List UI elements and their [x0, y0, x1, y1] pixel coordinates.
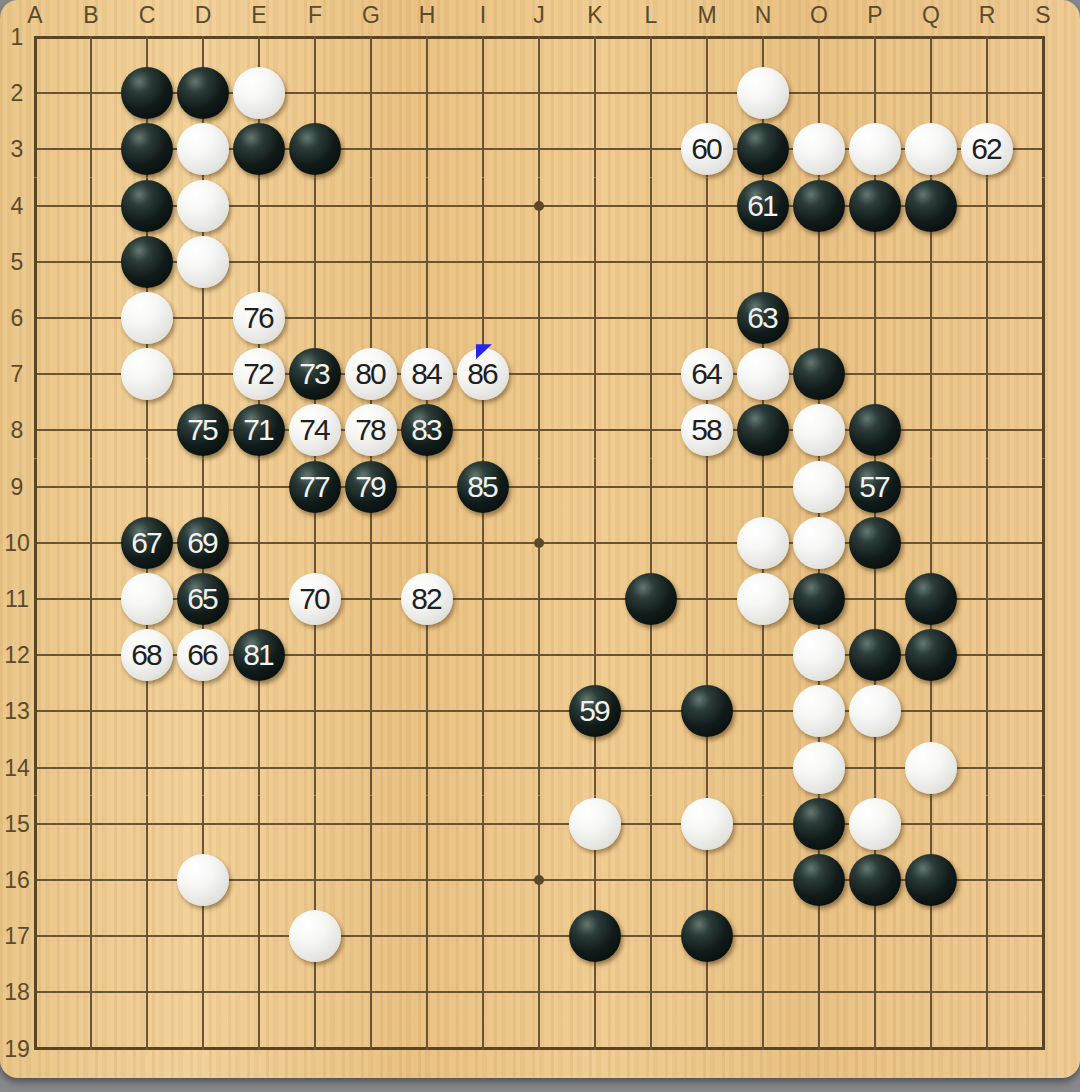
point-M16[interactable]: [679, 852, 735, 908]
point-P6[interactable]: [847, 290, 903, 346]
point-K3[interactable]: [567, 121, 623, 177]
point-Q15[interactable]: [903, 796, 959, 852]
point-N19[interactable]: [735, 1020, 791, 1076]
point-G10[interactable]: [343, 515, 399, 571]
point-M10[interactable]: [679, 515, 735, 571]
point-E19[interactable]: [231, 1020, 287, 1076]
point-M8[interactable]: 58: [679, 402, 735, 458]
point-M15[interactable]: [679, 796, 735, 852]
point-N4[interactable]: 61: [735, 178, 791, 234]
point-O10[interactable]: [791, 515, 847, 571]
point-R6[interactable]: [959, 290, 1015, 346]
point-I10[interactable]: [455, 515, 511, 571]
point-G7[interactable]: 80: [343, 346, 399, 402]
point-D3[interactable]: [175, 121, 231, 177]
point-D6[interactable]: [175, 290, 231, 346]
point-M6[interactable]: [679, 290, 735, 346]
point-C9[interactable]: [119, 459, 175, 515]
point-K10[interactable]: [567, 515, 623, 571]
point-N2[interactable]: [735, 65, 791, 121]
point-F13[interactable]: [287, 683, 343, 739]
point-K8[interactable]: [567, 402, 623, 458]
point-M3[interactable]: 60: [679, 121, 735, 177]
point-C2[interactable]: [119, 65, 175, 121]
point-M2[interactable]: [679, 65, 735, 121]
point-J14[interactable]: [511, 739, 567, 795]
point-I19[interactable]: [455, 1020, 511, 1076]
point-P13[interactable]: [847, 683, 903, 739]
point-S2[interactable]: [1015, 65, 1071, 121]
point-L9[interactable]: [623, 459, 679, 515]
point-K2[interactable]: [567, 65, 623, 121]
point-Q13[interactable]: [903, 683, 959, 739]
point-F4[interactable]: [287, 178, 343, 234]
point-G14[interactable]: [343, 739, 399, 795]
point-S8[interactable]: [1015, 402, 1071, 458]
point-I2[interactable]: [455, 65, 511, 121]
point-F11[interactable]: 70: [287, 571, 343, 627]
point-N6[interactable]: 63: [735, 290, 791, 346]
point-H15[interactable]: [399, 796, 455, 852]
point-N7[interactable]: [735, 346, 791, 402]
point-P3[interactable]: [847, 121, 903, 177]
point-C7[interactable]: [119, 346, 175, 402]
point-P16[interactable]: [847, 852, 903, 908]
point-N16[interactable]: [735, 852, 791, 908]
point-L16[interactable]: [623, 852, 679, 908]
point-Q4[interactable]: [903, 178, 959, 234]
point-F9[interactable]: 77: [287, 459, 343, 515]
point-D15[interactable]: [175, 796, 231, 852]
point-R15[interactable]: [959, 796, 1015, 852]
point-G3[interactable]: [343, 121, 399, 177]
point-P8[interactable]: [847, 402, 903, 458]
point-J6[interactable]: [511, 290, 567, 346]
point-E10[interactable]: [231, 515, 287, 571]
point-B16[interactable]: [63, 852, 119, 908]
point-F12[interactable]: [287, 627, 343, 683]
point-R10[interactable]: [959, 515, 1015, 571]
point-D17[interactable]: [175, 908, 231, 964]
point-S7[interactable]: [1015, 346, 1071, 402]
point-H13[interactable]: [399, 683, 455, 739]
point-E18[interactable]: [231, 964, 287, 1020]
point-C5[interactable]: [119, 234, 175, 290]
point-B18[interactable]: [63, 964, 119, 1020]
point-P12[interactable]: [847, 627, 903, 683]
point-F15[interactable]: [287, 796, 343, 852]
point-B5[interactable]: [63, 234, 119, 290]
point-J8[interactable]: [511, 402, 567, 458]
point-E17[interactable]: [231, 908, 287, 964]
point-N18[interactable]: [735, 964, 791, 1020]
point-B10[interactable]: [63, 515, 119, 571]
point-B12[interactable]: [63, 627, 119, 683]
point-H14[interactable]: [399, 739, 455, 795]
point-K16[interactable]: [567, 852, 623, 908]
point-J15[interactable]: [511, 796, 567, 852]
point-L7[interactable]: [623, 346, 679, 402]
point-E12[interactable]: 81: [231, 627, 287, 683]
point-D4[interactable]: [175, 178, 231, 234]
point-O4[interactable]: [791, 178, 847, 234]
point-Q12[interactable]: [903, 627, 959, 683]
point-O14[interactable]: [791, 739, 847, 795]
point-M11[interactable]: [679, 571, 735, 627]
point-N12[interactable]: [735, 627, 791, 683]
point-G9[interactable]: 79: [343, 459, 399, 515]
point-I3[interactable]: [455, 121, 511, 177]
point-E8[interactable]: 71: [231, 402, 287, 458]
point-P17[interactable]: [847, 908, 903, 964]
point-H6[interactable]: [399, 290, 455, 346]
point-J5[interactable]: [511, 234, 567, 290]
point-D5[interactable]: [175, 234, 231, 290]
point-S15[interactable]: [1015, 796, 1071, 852]
point-K17[interactable]: [567, 908, 623, 964]
point-H10[interactable]: [399, 515, 455, 571]
point-G13[interactable]: [343, 683, 399, 739]
point-K13[interactable]: 59: [567, 683, 623, 739]
point-R17[interactable]: [959, 908, 1015, 964]
point-D9[interactable]: [175, 459, 231, 515]
point-G18[interactable]: [343, 964, 399, 1020]
point-O19[interactable]: [791, 1020, 847, 1076]
point-C4[interactable]: [119, 178, 175, 234]
point-G5[interactable]: [343, 234, 399, 290]
point-C16[interactable]: [119, 852, 175, 908]
point-F8[interactable]: 74: [287, 402, 343, 458]
point-D18[interactable]: [175, 964, 231, 1020]
point-I16[interactable]: [455, 852, 511, 908]
point-O17[interactable]: [791, 908, 847, 964]
point-D8[interactable]: 75: [175, 402, 231, 458]
point-D2[interactable]: [175, 65, 231, 121]
point-C11[interactable]: [119, 571, 175, 627]
point-K15[interactable]: [567, 796, 623, 852]
point-B8[interactable]: [63, 402, 119, 458]
point-M18[interactable]: [679, 964, 735, 1020]
point-P11[interactable]: [847, 571, 903, 627]
point-I18[interactable]: [455, 964, 511, 1020]
point-C13[interactable]: [119, 683, 175, 739]
point-I5[interactable]: [455, 234, 511, 290]
point-E15[interactable]: [231, 796, 287, 852]
point-K6[interactable]: [567, 290, 623, 346]
point-F2[interactable]: [287, 65, 343, 121]
point-O12[interactable]: [791, 627, 847, 683]
point-K7[interactable]: [567, 346, 623, 402]
point-O18[interactable]: [791, 964, 847, 1020]
point-C15[interactable]: [119, 796, 175, 852]
point-K12[interactable]: [567, 627, 623, 683]
point-D12[interactable]: 66: [175, 627, 231, 683]
point-E2[interactable]: [231, 65, 287, 121]
point-N8[interactable]: [735, 402, 791, 458]
point-L10[interactable]: [623, 515, 679, 571]
point-O3[interactable]: [791, 121, 847, 177]
point-K19[interactable]: [567, 1020, 623, 1076]
point-C12[interactable]: 68: [119, 627, 175, 683]
point-B3[interactable]: [63, 121, 119, 177]
point-H3[interactable]: [399, 121, 455, 177]
point-B17[interactable]: [63, 908, 119, 964]
point-I17[interactable]: [455, 908, 511, 964]
point-J17[interactable]: [511, 908, 567, 964]
point-M9[interactable]: [679, 459, 735, 515]
point-C17[interactable]: [119, 908, 175, 964]
point-H7[interactable]: 84: [399, 346, 455, 402]
point-I14[interactable]: [455, 739, 511, 795]
point-G19[interactable]: [343, 1020, 399, 1076]
point-E7[interactable]: 72: [231, 346, 287, 402]
point-E11[interactable]: [231, 571, 287, 627]
point-J4[interactable]: [511, 178, 567, 234]
point-S6[interactable]: [1015, 290, 1071, 346]
point-Q11[interactable]: [903, 571, 959, 627]
point-J9[interactable]: [511, 459, 567, 515]
point-Q7[interactable]: [903, 346, 959, 402]
point-B7[interactable]: [63, 346, 119, 402]
point-I9[interactable]: 85: [455, 459, 511, 515]
point-L5[interactable]: [623, 234, 679, 290]
point-L6[interactable]: [623, 290, 679, 346]
point-D14[interactable]: [175, 739, 231, 795]
point-O6[interactable]: [791, 290, 847, 346]
point-B13[interactable]: [63, 683, 119, 739]
point-I12[interactable]: [455, 627, 511, 683]
point-Q14[interactable]: [903, 739, 959, 795]
point-O8[interactable]: [791, 402, 847, 458]
point-M17[interactable]: [679, 908, 735, 964]
point-Q19[interactable]: [903, 1020, 959, 1076]
point-E5[interactable]: [231, 234, 287, 290]
point-K5[interactable]: [567, 234, 623, 290]
point-L13[interactable]: [623, 683, 679, 739]
point-H19[interactable]: [399, 1020, 455, 1076]
point-F16[interactable]: [287, 852, 343, 908]
point-R4[interactable]: [959, 178, 1015, 234]
point-Q17[interactable]: [903, 908, 959, 964]
point-Q6[interactable]: [903, 290, 959, 346]
point-M7[interactable]: 64: [679, 346, 735, 402]
point-O9[interactable]: [791, 459, 847, 515]
point-O16[interactable]: [791, 852, 847, 908]
point-S4[interactable]: [1015, 178, 1071, 234]
point-S10[interactable]: [1015, 515, 1071, 571]
point-P4[interactable]: [847, 178, 903, 234]
point-O2[interactable]: [791, 65, 847, 121]
point-E6[interactable]: 76: [231, 290, 287, 346]
point-N9[interactable]: [735, 459, 791, 515]
point-B6[interactable]: [63, 290, 119, 346]
point-F17[interactable]: [287, 908, 343, 964]
point-J19[interactable]: [511, 1020, 567, 1076]
point-R8[interactable]: [959, 402, 1015, 458]
point-P18[interactable]: [847, 964, 903, 1020]
point-C18[interactable]: [119, 964, 175, 1020]
point-Q2[interactable]: [903, 65, 959, 121]
point-M19[interactable]: [679, 1020, 735, 1076]
point-R16[interactable]: [959, 852, 1015, 908]
point-J7[interactable]: [511, 346, 567, 402]
point-B14[interactable]: [63, 739, 119, 795]
point-L14[interactable]: [623, 739, 679, 795]
point-S16[interactable]: [1015, 852, 1071, 908]
point-G15[interactable]: [343, 796, 399, 852]
point-I13[interactable]: [455, 683, 511, 739]
point-J18[interactable]: [511, 964, 567, 1020]
point-E13[interactable]: [231, 683, 287, 739]
point-J2[interactable]: [511, 65, 567, 121]
point-E3[interactable]: [231, 121, 287, 177]
point-F14[interactable]: [287, 739, 343, 795]
point-I7[interactable]: 86: [455, 346, 511, 402]
point-E9[interactable]: [231, 459, 287, 515]
point-C8[interactable]: [119, 402, 175, 458]
point-R11[interactable]: [959, 571, 1015, 627]
point-P19[interactable]: [847, 1020, 903, 1076]
point-G2[interactable]: [343, 65, 399, 121]
point-O5[interactable]: [791, 234, 847, 290]
point-H17[interactable]: [399, 908, 455, 964]
point-S13[interactable]: [1015, 683, 1071, 739]
point-G8[interactable]: 78: [343, 402, 399, 458]
point-D19[interactable]: [175, 1020, 231, 1076]
point-R9[interactable]: [959, 459, 1015, 515]
point-F18[interactable]: [287, 964, 343, 1020]
point-R18[interactable]: [959, 964, 1015, 1020]
point-N5[interactable]: [735, 234, 791, 290]
point-K14[interactable]: [567, 739, 623, 795]
point-L12[interactable]: [623, 627, 679, 683]
point-Q3[interactable]: [903, 121, 959, 177]
point-H16[interactable]: [399, 852, 455, 908]
point-J12[interactable]: [511, 627, 567, 683]
point-G4[interactable]: [343, 178, 399, 234]
point-G17[interactable]: [343, 908, 399, 964]
point-C19[interactable]: [119, 1020, 175, 1076]
point-Q10[interactable]: [903, 515, 959, 571]
point-L18[interactable]: [623, 964, 679, 1020]
point-F7[interactable]: 73: [287, 346, 343, 402]
point-S12[interactable]: [1015, 627, 1071, 683]
point-I6[interactable]: [455, 290, 511, 346]
point-L17[interactable]: [623, 908, 679, 964]
point-F5[interactable]: [287, 234, 343, 290]
point-S19[interactable]: [1015, 1020, 1071, 1076]
point-K18[interactable]: [567, 964, 623, 1020]
point-S17[interactable]: [1015, 908, 1071, 964]
point-R12[interactable]: [959, 627, 1015, 683]
point-J16[interactable]: [511, 852, 567, 908]
point-L4[interactable]: [623, 178, 679, 234]
point-Q18[interactable]: [903, 964, 959, 1020]
point-I15[interactable]: [455, 796, 511, 852]
point-I4[interactable]: [455, 178, 511, 234]
point-E4[interactable]: [231, 178, 287, 234]
point-J11[interactable]: [511, 571, 567, 627]
point-E16[interactable]: [231, 852, 287, 908]
point-R3[interactable]: 62: [959, 121, 1015, 177]
point-C3[interactable]: [119, 121, 175, 177]
point-L3[interactable]: [623, 121, 679, 177]
point-S14[interactable]: [1015, 739, 1071, 795]
point-D16[interactable]: [175, 852, 231, 908]
point-M13[interactable]: [679, 683, 735, 739]
point-D13[interactable]: [175, 683, 231, 739]
point-R13[interactable]: [959, 683, 1015, 739]
point-L19[interactable]: [623, 1020, 679, 1076]
point-Q5[interactable]: [903, 234, 959, 290]
point-L2[interactable]: [623, 65, 679, 121]
point-H8[interactable]: 83: [399, 402, 455, 458]
point-R7[interactable]: [959, 346, 1015, 402]
point-H5[interactable]: [399, 234, 455, 290]
point-C6[interactable]: [119, 290, 175, 346]
point-N3[interactable]: [735, 121, 791, 177]
point-R14[interactable]: [959, 739, 1015, 795]
point-M14[interactable]: [679, 739, 735, 795]
point-O7[interactable]: [791, 346, 847, 402]
point-L15[interactable]: [623, 796, 679, 852]
point-D7[interactable]: [175, 346, 231, 402]
point-H12[interactable]: [399, 627, 455, 683]
point-H2[interactable]: [399, 65, 455, 121]
point-S5[interactable]: [1015, 234, 1071, 290]
point-P2[interactable]: [847, 65, 903, 121]
point-P5[interactable]: [847, 234, 903, 290]
point-D10[interactable]: 69: [175, 515, 231, 571]
point-L11[interactable]: [623, 571, 679, 627]
point-K11[interactable]: [567, 571, 623, 627]
point-B19[interactable]: [63, 1020, 119, 1076]
point-I8[interactable]: [455, 402, 511, 458]
point-E14[interactable]: [231, 739, 287, 795]
point-N10[interactable]: [735, 515, 791, 571]
point-B9[interactable]: [63, 459, 119, 515]
point-Q9[interactable]: [903, 459, 959, 515]
point-M4[interactable]: [679, 178, 735, 234]
point-N15[interactable]: [735, 796, 791, 852]
point-F3[interactable]: [287, 121, 343, 177]
point-J13[interactable]: [511, 683, 567, 739]
point-M5[interactable]: [679, 234, 735, 290]
point-R5[interactable]: [959, 234, 1015, 290]
point-G12[interactable]: [343, 627, 399, 683]
point-S11[interactable]: [1015, 571, 1071, 627]
point-G11[interactable]: [343, 571, 399, 627]
point-B2[interactable]: [63, 65, 119, 121]
point-Q8[interactable]: [903, 402, 959, 458]
point-F6[interactable]: [287, 290, 343, 346]
point-G16[interactable]: [343, 852, 399, 908]
point-K9[interactable]: [567, 459, 623, 515]
point-S9[interactable]: [1015, 459, 1071, 515]
point-M12[interactable]: [679, 627, 735, 683]
point-H18[interactable]: [399, 964, 455, 1020]
point-O11[interactable]: [791, 571, 847, 627]
point-H4[interactable]: [399, 178, 455, 234]
point-B15[interactable]: [63, 796, 119, 852]
point-P14[interactable]: [847, 739, 903, 795]
point-O15[interactable]: [791, 796, 847, 852]
point-O13[interactable]: [791, 683, 847, 739]
point-P7[interactable]: [847, 346, 903, 402]
point-D11[interactable]: 65: [175, 571, 231, 627]
point-N17[interactable]: [735, 908, 791, 964]
point-H9[interactable]: [399, 459, 455, 515]
